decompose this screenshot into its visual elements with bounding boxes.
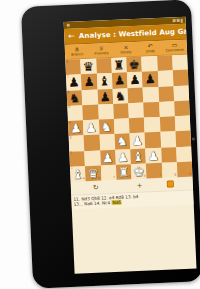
undo-button[interactable]: ↶Undo bbox=[138, 41, 163, 56]
square-d8[interactable]: ♜ bbox=[111, 57, 127, 73]
square-g7[interactable] bbox=[157, 71, 173, 87]
coord-label: 8 bbox=[66, 60, 68, 63]
book-icon[interactable] bbox=[166, 180, 173, 187]
tablet-bezel: ← Analyse : Westfield Aug Game 2 ⋔Branch… bbox=[21, 0, 200, 289]
square-d5[interactable] bbox=[113, 103, 129, 119]
comments-button[interactable]: ▭Comments bbox=[162, 40, 187, 55]
black-king: ♚ bbox=[128, 57, 140, 72]
square-a5[interactable]: 5 bbox=[67, 105, 83, 121]
promote-icon: ♕ bbox=[99, 45, 105, 51]
square-c2[interactable]: ♟ bbox=[100, 149, 116, 165]
square-b1[interactable]: b♛ bbox=[85, 165, 101, 181]
branch-button[interactable]: ⋔Branch bbox=[65, 44, 90, 59]
square-h2[interactable] bbox=[176, 146, 192, 162]
square-a2[interactable]: 2 bbox=[69, 151, 85, 167]
square-b7[interactable]: ♟ bbox=[81, 74, 97, 90]
square-b2[interactable] bbox=[85, 150, 101, 166]
comments-button-label: Comments bbox=[166, 48, 185, 53]
coord-label: 2 bbox=[70, 152, 72, 155]
coord-label: e bbox=[144, 175, 146, 178]
undo-icon: ↶ bbox=[148, 43, 153, 49]
move-text[interactable]: 13... Na6 14. Nc4 bbox=[73, 200, 111, 207]
square-b3[interactable] bbox=[84, 135, 100, 151]
camera-icon bbox=[192, 138, 195, 141]
coord-label: 6 bbox=[67, 91, 69, 94]
current-move-highlight[interactable]: Nd6 bbox=[111, 200, 122, 205]
black-pawn: ♟ bbox=[129, 72, 141, 87]
white-pawn: ♟ bbox=[147, 148, 159, 163]
square-h7[interactable] bbox=[173, 70, 189, 86]
square-d3[interactable]: ♞ bbox=[114, 133, 130, 149]
square-f1[interactable]: f bbox=[146, 163, 162, 179]
square-f8[interactable] bbox=[141, 56, 157, 72]
square-c3[interactable] bbox=[99, 134, 115, 150]
back-arrow-icon[interactable]: ← bbox=[68, 29, 75, 44]
black-queen: ♛ bbox=[83, 59, 95, 74]
square-g6[interactable] bbox=[158, 86, 174, 102]
app-screen: ← Analyse : Westfield Aug Game 2 ⋔Branch… bbox=[64, 17, 197, 274]
square-d1[interactable]: d♜ bbox=[116, 164, 132, 180]
signal-icon bbox=[173, 19, 176, 22]
square-f4[interactable] bbox=[144, 117, 160, 133]
white-pawn: ♟ bbox=[70, 120, 82, 135]
square-e1[interactable]: e♚ bbox=[131, 163, 147, 179]
square-d7[interactable]: ♟ bbox=[112, 73, 128, 89]
promote-button-label: Promote bbox=[94, 51, 108, 56]
coord-label: b bbox=[98, 177, 100, 180]
black-pawn: ♟ bbox=[68, 75, 80, 90]
square-c1[interactable]: c bbox=[100, 165, 116, 181]
square-e6[interactable] bbox=[128, 87, 144, 103]
square-h6[interactable] bbox=[173, 85, 189, 101]
square-a4[interactable]: 4♟ bbox=[68, 120, 84, 136]
black-pawn: ♟ bbox=[144, 71, 156, 86]
coord-label: 3 bbox=[69, 137, 71, 140]
square-c5[interactable] bbox=[98, 104, 114, 120]
square-f7[interactable]: ♟ bbox=[142, 71, 158, 87]
comments-icon: ▭ bbox=[172, 42, 178, 48]
square-b4[interactable]: ♟ bbox=[83, 120, 99, 136]
square-g3[interactable] bbox=[160, 131, 176, 147]
black-bishop: ♝ bbox=[98, 73, 110, 88]
square-h8[interactable] bbox=[172, 55, 188, 71]
black-knight: ♞ bbox=[69, 90, 81, 105]
delete-button[interactable]: ×Delete bbox=[113, 42, 138, 57]
square-h5[interactable] bbox=[174, 100, 190, 116]
coord-label: g bbox=[174, 173, 176, 176]
square-a6[interactable]: 6♞ bbox=[67, 90, 83, 106]
square-f2[interactable]: ♟ bbox=[145, 147, 161, 163]
white-knight: ♞ bbox=[116, 134, 128, 149]
white-pawn: ♟ bbox=[85, 120, 97, 135]
square-g8[interactable] bbox=[157, 55, 173, 71]
branch-button-label: Branch bbox=[71, 52, 83, 57]
delete-button-label: Delete bbox=[120, 50, 131, 54]
page-title: Analyse : Westfield Aug Game 2 bbox=[79, 26, 197, 40]
square-a1[interactable]: 1a♝ bbox=[70, 166, 86, 182]
undo-button-label: Undo bbox=[146, 49, 155, 53]
black-pawn: ♟ bbox=[83, 74, 95, 89]
branch-icon: ⋔ bbox=[74, 46, 79, 52]
white-pawn: ♟ bbox=[102, 150, 114, 165]
square-e3[interactable]: ♟ bbox=[130, 133, 146, 149]
square-c8[interactable] bbox=[96, 58, 112, 74]
square-g2[interactable] bbox=[161, 147, 177, 163]
coord-label: d bbox=[128, 175, 130, 178]
coord-label: a bbox=[83, 177, 85, 180]
square-e2[interactable]: ♝ bbox=[130, 148, 146, 164]
battery-icon bbox=[181, 18, 183, 22]
black-rook: ♜ bbox=[113, 58, 125, 73]
square-e5[interactable] bbox=[128, 102, 144, 118]
coord-label: c bbox=[113, 176, 115, 179]
black-pawn: ♟ bbox=[99, 89, 111, 104]
square-e8[interactable]: ♚ bbox=[126, 57, 142, 73]
square-c6[interactable]: ♟ bbox=[97, 88, 113, 104]
white-knight: ♞ bbox=[100, 119, 112, 134]
square-c7[interactable]: ♝ bbox=[96, 73, 112, 89]
promote-button[interactable]: ♕Promote bbox=[89, 43, 114, 58]
square-d6[interactable]: ♞ bbox=[112, 88, 128, 104]
notification-icon bbox=[67, 24, 70, 27]
coord-label: 5 bbox=[68, 106, 70, 109]
square-g5[interactable] bbox=[159, 101, 175, 117]
coord-label: h bbox=[189, 173, 191, 176]
square-b6[interactable] bbox=[82, 89, 98, 105]
chess-board: 8♛♜♚7♟♟♝♟♟♟6♞♟♞54♟♟♞3♞♟2♟♟♝♟1a♝b♛cd♜e♚fg… bbox=[65, 55, 192, 182]
square-h4[interactable] bbox=[175, 116, 191, 132]
coord-label: 1 bbox=[71, 167, 73, 170]
square-f5[interactable] bbox=[143, 102, 159, 118]
square-c4[interactable]: ♞ bbox=[98, 119, 114, 135]
square-h3[interactable] bbox=[175, 131, 191, 147]
black-knight: ♞ bbox=[114, 88, 126, 103]
square-e4[interactable] bbox=[129, 118, 145, 134]
coord-label: 7 bbox=[67, 76, 69, 79]
square-a3[interactable]: 3 bbox=[69, 135, 85, 151]
flip-board-icon[interactable]: ↻ bbox=[93, 183, 99, 191]
square-a8[interactable]: 8 bbox=[65, 59, 81, 75]
white-pawn: ♟ bbox=[132, 133, 144, 148]
square-g1[interactable]: g bbox=[161, 162, 177, 178]
plus-icon[interactable]: + bbox=[137, 181, 143, 189]
square-d4[interactable] bbox=[114, 118, 130, 134]
square-f3[interactable] bbox=[145, 132, 161, 148]
coord-label: 4 bbox=[69, 121, 71, 124]
black-pawn: ♟ bbox=[114, 73, 126, 88]
square-g4[interactable] bbox=[159, 116, 175, 132]
white-pawn: ♟ bbox=[117, 149, 129, 164]
square-h1[interactable]: h bbox=[177, 161, 193, 177]
wifi-icon bbox=[177, 19, 180, 22]
square-b5[interactable] bbox=[83, 104, 99, 120]
square-a7[interactable]: 7♟ bbox=[66, 75, 82, 91]
delete-icon: × bbox=[123, 44, 128, 50]
white-bishop: ♝ bbox=[132, 148, 144, 163]
square-b8[interactable]: ♛ bbox=[81, 59, 97, 75]
square-e7[interactable]: ♟ bbox=[127, 72, 143, 88]
square-f6[interactable] bbox=[143, 86, 159, 102]
square-d2[interactable]: ♟ bbox=[115, 149, 131, 165]
